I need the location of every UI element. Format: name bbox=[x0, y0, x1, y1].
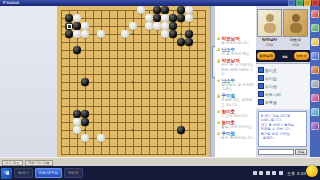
taskbar-clock[interactable]: 오후 3:43 bbox=[287, 171, 306, 176]
user-ball-icon bbox=[217, 37, 220, 40]
go-board-grid[interactable] bbox=[57, 6, 209, 157]
invite-icon[interactable] bbox=[311, 38, 319, 46]
goban[interactable] bbox=[57, 6, 210, 157]
avatar-figure-icon bbox=[292, 14, 300, 22]
chat-input[interactable] bbox=[258, 149, 294, 155]
chat-message: 승리 축하드립니다 bbox=[217, 136, 256, 140]
antivirus-icon[interactable] bbox=[272, 171, 276, 175]
app-window: E-baduk 막연남자잘 부탁드립니다난소수네 잘 부탁드려요막연남자역시 못… bbox=[0, 0, 320, 180]
avatar-figure-icon bbox=[264, 23, 276, 33]
user-ball-icon bbox=[217, 94, 220, 97]
grid-line-vertical bbox=[157, 10, 158, 155]
grid-line-vertical bbox=[117, 10, 118, 155]
grid-line-horizontal bbox=[61, 90, 206, 91]
status-box: 제한시간 10분 bbox=[25, 160, 53, 166]
new-game-icon[interactable] bbox=[311, 24, 319, 32]
black-stone[interactable] bbox=[81, 118, 88, 125]
exit-icon[interactable] bbox=[311, 122, 319, 130]
user-ball-icon bbox=[217, 48, 220, 51]
chat-entry: 우미림승리 축하드립니다 bbox=[217, 131, 256, 140]
black-stone[interactable] bbox=[81, 110, 88, 117]
spectator-name: 현미호 bbox=[265, 68, 277, 73]
spectator-icon bbox=[258, 83, 264, 89]
white-stone[interactable] bbox=[185, 14, 192, 21]
black-stone[interactable] bbox=[169, 14, 176, 21]
grid-line-horizontal bbox=[61, 74, 206, 75]
grid-line-horizontal bbox=[61, 106, 206, 107]
white-stone[interactable] bbox=[73, 126, 80, 133]
white-player-avatar bbox=[283, 9, 308, 37]
star-point bbox=[180, 81, 182, 83]
black-stone[interactable] bbox=[177, 126, 184, 133]
black-stone[interactable] bbox=[73, 22, 80, 29]
windows-taskbar: 탐색기바둑 대국실메모장 오후 3:43 bbox=[0, 166, 320, 180]
white-stone[interactable] bbox=[97, 30, 104, 37]
taskbar-app-button[interactable]: 메모장 bbox=[64, 168, 83, 178]
spectator-icon bbox=[258, 91, 264, 97]
spectator-row[interactable]: 우미림 bbox=[258, 82, 310, 90]
user-ball-icon bbox=[217, 121, 220, 124]
black-stone[interactable] bbox=[65, 30, 72, 37]
black-name-plate: 막연남자 bbox=[257, 52, 275, 60]
volume-icon[interactable] bbox=[253, 171, 257, 175]
ime-icon[interactable] bbox=[266, 171, 270, 175]
grid-line-horizontal bbox=[61, 154, 206, 155]
black-stone[interactable] bbox=[177, 14, 184, 21]
chat-message: 좋은 대국이었어요 bbox=[217, 125, 256, 129]
black-stone[interactable] bbox=[185, 38, 192, 45]
black-player-rank: 18급 bbox=[257, 43, 282, 47]
black-stone[interactable] bbox=[177, 38, 184, 45]
spectator-name: 우미집 bbox=[265, 76, 277, 81]
taskbar-app-button[interactable]: 바둑 대국실 bbox=[35, 168, 62, 178]
update-icon[interactable] bbox=[279, 171, 283, 175]
user-ball-icon bbox=[217, 79, 220, 82]
taskbar-app-button[interactable]: 탐색기 bbox=[14, 168, 33, 178]
grid-line-vertical bbox=[93, 10, 94, 155]
white-stone[interactable] bbox=[153, 22, 160, 29]
star-point bbox=[84, 129, 86, 131]
white-stone[interactable] bbox=[73, 14, 80, 21]
white-stone[interactable] bbox=[81, 30, 88, 37]
grid-line-vertical bbox=[149, 10, 150, 155]
last-move-marker bbox=[67, 24, 72, 29]
black-player-info: 막연남자 18급 bbox=[257, 38, 282, 47]
spectator-icon bbox=[258, 67, 264, 73]
black-stone[interactable] bbox=[161, 6, 168, 13]
black-stone[interactable] bbox=[153, 14, 160, 21]
white-player-rank: 18급 bbox=[283, 43, 308, 47]
settings-icon[interactable] bbox=[311, 66, 319, 74]
chat-message: 안녕하세요 관전하고 갑니다 bbox=[217, 98, 256, 106]
spectator-name: 초록별 bbox=[265, 100, 277, 105]
black-stone[interactable] bbox=[73, 46, 80, 53]
chat-entry: 난소수네 잘 부탁드려요 bbox=[217, 47, 256, 56]
white-stone[interactable] bbox=[129, 22, 136, 29]
star-point bbox=[132, 81, 134, 83]
spectator-icon bbox=[258, 99, 264, 105]
spectator-row[interactable]: 우미집 bbox=[258, 74, 310, 82]
white-stone[interactable] bbox=[137, 6, 144, 13]
chat-entry: 막연남자잘 부탁드립니다 bbox=[217, 36, 256, 45]
black-stone[interactable] bbox=[73, 110, 80, 117]
white-stone[interactable] bbox=[73, 30, 80, 37]
avatar-figure-icon bbox=[290, 23, 302, 33]
white-stone[interactable] bbox=[185, 6, 192, 13]
game-info-panel: 막연남자 18급 난소수 18급 막연남자 vs 난소수 현미호우미집우미림바둑… bbox=[256, 6, 310, 157]
white-stone[interactable] bbox=[145, 14, 152, 21]
status-box: 대국 정보 bbox=[2, 160, 23, 166]
user-ball-icon bbox=[217, 110, 220, 113]
help-icon[interactable] bbox=[311, 108, 319, 116]
tray-icons bbox=[250, 171, 283, 175]
black-stone[interactable] bbox=[65, 14, 72, 21]
vs-label: vs bbox=[282, 54, 287, 59]
taskbar-apps: 탐색기바둑 대국실메모장 bbox=[12, 168, 83, 178]
grid-line-vertical bbox=[109, 10, 110, 155]
user-ball-icon bbox=[217, 132, 220, 135]
left-empty-panel bbox=[0, 6, 58, 157]
chat-icon[interactable] bbox=[311, 52, 319, 60]
start-button[interactable] bbox=[1, 168, 12, 179]
white-stone[interactable] bbox=[81, 22, 88, 29]
announcement-box: ※ 매너 있는 대국을부탁드립니다.대국 중 비매너 행위는제재될 수 있습니다… bbox=[258, 111, 307, 147]
white-stone[interactable] bbox=[97, 134, 104, 141]
chat-message: 수고하셨습니다 bbox=[217, 114, 256, 118]
white-stone[interactable] bbox=[81, 134, 88, 141]
spectator-name: 바둑나라 bbox=[265, 92, 281, 97]
announcement-line: - 운영자 - bbox=[261, 136, 305, 141]
network-icon[interactable] bbox=[259, 171, 263, 175]
grid-line-vertical bbox=[197, 10, 198, 155]
black-stone[interactable] bbox=[177, 6, 184, 13]
smiley-character-icon[interactable] bbox=[306, 165, 318, 177]
chat-message: 잘 부탁드립니다 bbox=[217, 41, 256, 45]
spectator-icon bbox=[258, 75, 264, 81]
home-icon[interactable] bbox=[311, 10, 319, 18]
user-ball-icon bbox=[217, 59, 220, 62]
black-stone[interactable] bbox=[169, 22, 176, 29]
gift-icon[interactable] bbox=[311, 94, 319, 102]
chat-message: 네 잘 부탁드려요 bbox=[217, 52, 256, 56]
chat-entry: 우미집안녕하세요 관전하고 갑니다 bbox=[217, 93, 256, 106]
spectator-name: 우미림 bbox=[265, 84, 277, 89]
avatar-figure-icon bbox=[266, 14, 274, 22]
chat-message: 상대방이 잘 두셔서 그래요 bbox=[217, 83, 256, 91]
white-player-info: 난소수 18급 bbox=[283, 38, 308, 47]
spectator-row[interactable]: 현미호 bbox=[258, 66, 310, 74]
system-tray: 오후 3:43 bbox=[250, 171, 306, 176]
white-stone[interactable] bbox=[145, 22, 152, 29]
spectator-list[interactable]: 현미호우미집우미림바둑나라초록별 bbox=[256, 63, 310, 109]
chat-entry: 현미호수고하셨습니다 bbox=[217, 109, 256, 118]
send-button[interactable]: 전송 bbox=[295, 149, 307, 155]
grid-line-horizontal bbox=[61, 146, 206, 147]
grid-line-horizontal bbox=[61, 98, 206, 99]
grid-line-vertical bbox=[61, 10, 62, 155]
spectator-row[interactable]: 초록별 bbox=[258, 98, 310, 106]
star-point bbox=[132, 33, 134, 35]
chat-input-row: 전송 bbox=[258, 149, 308, 156]
star-point bbox=[132, 129, 134, 131]
versus-bar: 막연남자 vs 난소수 bbox=[256, 50, 310, 62]
grid-line-horizontal bbox=[61, 66, 206, 67]
black-stone[interactable] bbox=[185, 30, 192, 37]
black-stone[interactable] bbox=[169, 30, 176, 37]
chat-entry: 현미호좋은 대국이었어요 bbox=[217, 120, 256, 129]
black-stone[interactable] bbox=[81, 78, 88, 85]
grid-line-horizontal bbox=[61, 50, 206, 51]
grid-line-vertical bbox=[205, 10, 206, 155]
white-stone[interactable] bbox=[73, 118, 80, 125]
black-player-avatar bbox=[257, 9, 282, 37]
chat-message: 역시 못 이기겠네요 한참 배워야겠습니다 bbox=[217, 63, 256, 76]
white-stone[interactable] bbox=[161, 22, 168, 29]
rank-icon[interactable] bbox=[311, 80, 319, 88]
chat-entry: 막연남자역시 못 이기겠네요 한참 배워야겠습니다 bbox=[217, 58, 256, 76]
window-title: E-baduk bbox=[0, 1, 288, 5]
grid-line-vertical bbox=[141, 10, 142, 155]
white-stone[interactable] bbox=[161, 14, 168, 21]
right-toolbar bbox=[310, 6, 320, 166]
white-stone[interactable] bbox=[121, 30, 128, 37]
grid-line-horizontal bbox=[61, 58, 206, 59]
black-stone[interactable] bbox=[65, 22, 72, 29]
spectator-row[interactable]: 바둑나라 bbox=[258, 90, 310, 98]
white-stone[interactable] bbox=[161, 30, 168, 37]
star-point bbox=[180, 33, 182, 35]
chat-log[interactable]: 막연남자잘 부탁드립니다난소수네 잘 부탁드려요막연남자역시 못 이기겠네요 한… bbox=[215, 6, 256, 157]
chat-entry: 난소수상대방이 잘 두셔서 그래요 bbox=[217, 78, 256, 91]
black-stone[interactable] bbox=[153, 6, 160, 13]
white-name-plate: 난소수 bbox=[294, 52, 309, 60]
